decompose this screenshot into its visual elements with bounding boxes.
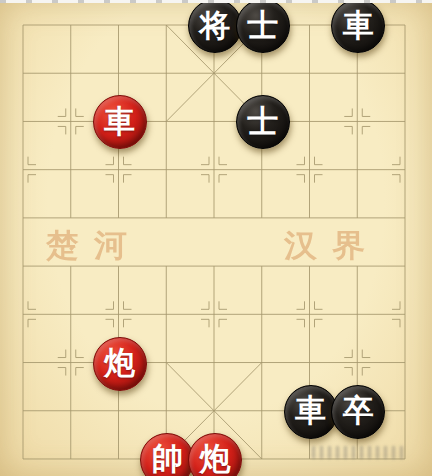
piece-glyph: 卒 — [343, 395, 374, 426]
piece-black-soldier[interactable]: 卒 — [331, 385, 385, 439]
piece-glyph: 将 — [200, 10, 231, 41]
piece-glyph: 帥 — [152, 443, 183, 474]
xiangqi-board: 楚河 汉界 将士車車士炮車卒帥炮 — [0, 0, 432, 476]
piece-red-cannon-1[interactable]: 炮 — [93, 337, 147, 391]
piece-glyph: 炮 — [200, 443, 231, 474]
watermark — [312, 446, 408, 459]
piece-glyph: 士 — [247, 106, 278, 137]
piece-glyph: 士 — [247, 10, 278, 41]
piece-black-chariot-2[interactable]: 車 — [284, 385, 338, 439]
piece-glyph: 車 — [104, 106, 135, 137]
piece-red-chariot[interactable]: 車 — [93, 95, 147, 149]
piece-black-general[interactable]: 将 — [188, 0, 242, 53]
piece-glyph: 炮 — [104, 347, 135, 378]
river-label-hanjie: 汉界 — [284, 225, 380, 268]
piece-glyph: 車 — [295, 395, 326, 426]
piece-glyph: 車 — [343, 10, 374, 41]
top-edge-strip — [0, 0, 432, 3]
piece-black-advisor-2[interactable]: 士 — [236, 95, 290, 149]
piece-black-advisor-1[interactable]: 士 — [236, 0, 290, 53]
river-label-chuhe: 楚河 — [46, 225, 142, 268]
